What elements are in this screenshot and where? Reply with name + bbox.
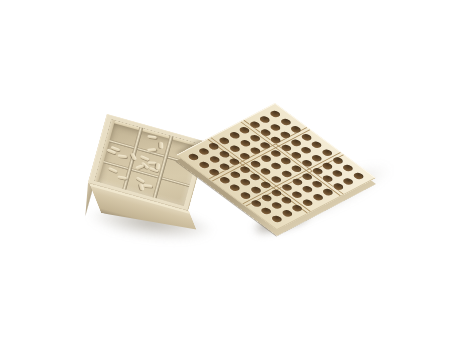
wooden-peg-1[interactable]	[147, 135, 156, 139]
wooden-peg-14[interactable]	[108, 167, 118, 173]
wooden-peg-12[interactable]	[135, 164, 145, 169]
wooden-peg-17[interactable]	[143, 184, 152, 188]
wooden-peg-16[interactable]	[135, 176, 145, 183]
wooden-peg-8[interactable]	[140, 155, 150, 161]
wooden-peg-3[interactable]	[147, 148, 157, 152]
empty-hole	[270, 214, 284, 223]
wooden-peg-7[interactable]	[130, 153, 137, 160]
wooden-peg-13[interactable]	[156, 163, 161, 170]
scene	[0, 0, 460, 340]
sudoku-board	[176, 103, 376, 230]
wooden-peg-2[interactable]	[159, 142, 163, 149]
hole-grid	[184, 108, 369, 225]
wooden-peg-15[interactable]	[118, 175, 127, 179]
wooden-peg-5[interactable]	[118, 154, 127, 158]
